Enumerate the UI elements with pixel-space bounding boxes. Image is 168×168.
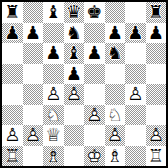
square-b6[interactable] — [23, 43, 44, 64]
square-f4[interactable] — [105, 84, 126, 105]
square-h1[interactable]: ♜♖ — [146, 146, 167, 167]
square-e2[interactable] — [84, 125, 105, 146]
square-h8[interactable]: ♜ — [146, 2, 167, 23]
square-g2[interactable] — [125, 125, 146, 146]
square-h6[interactable] — [146, 43, 167, 64]
square-b5[interactable] — [23, 64, 44, 85]
square-e7[interactable] — [84, 23, 105, 44]
square-b2[interactable]: ♟♙ — [23, 125, 44, 146]
square-b1[interactable] — [23, 146, 44, 167]
white-rook-icon: ♜♖ — [146, 146, 167, 167]
square-d5[interactable]: ♟ — [64, 64, 85, 85]
white-pawn-icon: ♟♙ — [105, 125, 126, 146]
square-h4[interactable] — [146, 84, 167, 105]
chess-board: ♜♝♛♚♜♟♟♞♟♟♟♟♝♟♞♟♟♙♟♙♟♙♞♘♟♙♞♘♟♙♟♙♛♕♟♙♟♙♜♖… — [0, 0, 168, 168]
square-d8[interactable]: ♛ — [64, 2, 85, 23]
square-f7[interactable]: ♟ — [105, 23, 126, 44]
square-c6[interactable]: ♟ — [43, 43, 64, 64]
square-a4[interactable] — [2, 84, 23, 105]
black-knight-icon: ♞ — [64, 23, 85, 44]
square-c1[interactable]: ♝♗ — [43, 146, 64, 167]
square-c8[interactable]: ♝ — [43, 2, 64, 23]
black-pawn-icon: ♟ — [84, 43, 105, 64]
square-c7[interactable] — [43, 23, 64, 44]
black-pawn-icon: ♟ — [23, 23, 44, 44]
black-pawn-icon: ♟ — [43, 43, 64, 64]
square-e6[interactable]: ♟ — [84, 43, 105, 64]
square-f8[interactable] — [105, 2, 126, 23]
square-a7[interactable]: ♟ — [2, 23, 23, 44]
black-rook-icon: ♜ — [2, 2, 23, 23]
square-g6[interactable] — [125, 43, 146, 64]
white-rook-icon: ♜♖ — [2, 146, 23, 167]
square-f1[interactable]: ♝♗ — [105, 146, 126, 167]
square-g3[interactable] — [125, 105, 146, 126]
white-knight-icon: ♞♘ — [43, 105, 64, 126]
white-queen-icon: ♛♕ — [43, 125, 64, 146]
square-f2[interactable]: ♟♙ — [105, 125, 126, 146]
white-pawn-icon: ♟♙ — [146, 125, 167, 146]
white-bishop-icon: ♝♗ — [43, 146, 64, 167]
black-king-icon: ♚ — [84, 2, 105, 23]
square-a5[interactable] — [2, 64, 23, 85]
black-pawn-icon: ♟ — [105, 23, 126, 44]
white-pawn-icon: ♟♙ — [43, 84, 64, 105]
square-d4[interactable]: ♟♙ — [64, 84, 85, 105]
square-g4[interactable]: ♟♙ — [125, 84, 146, 105]
square-c2[interactable]: ♛♕ — [43, 125, 64, 146]
white-pawn-icon: ♟♙ — [64, 84, 85, 105]
square-d7[interactable]: ♞ — [64, 23, 85, 44]
square-c5[interactable] — [43, 64, 64, 85]
square-e5[interactable] — [84, 64, 105, 85]
square-d2[interactable] — [64, 125, 85, 146]
square-c3[interactable]: ♞♘ — [43, 105, 64, 126]
white-pawn-icon: ♟♙ — [84, 105, 105, 126]
square-f6[interactable]: ♞ — [105, 43, 126, 64]
white-pawn-icon: ♟♙ — [2, 125, 23, 146]
square-a2[interactable]: ♟♙ — [2, 125, 23, 146]
square-h3[interactable] — [146, 105, 167, 126]
square-h7[interactable]: ♟ — [146, 23, 167, 44]
square-f3[interactable]: ♞♘ — [105, 105, 126, 126]
square-b8[interactable] — [23, 2, 44, 23]
square-a8[interactable]: ♜ — [2, 2, 23, 23]
square-g8[interactable] — [125, 2, 146, 23]
square-d6[interactable]: ♝ — [64, 43, 85, 64]
square-g1[interactable] — [125, 146, 146, 167]
square-e4[interactable] — [84, 84, 105, 105]
black-knight-icon: ♞ — [105, 43, 126, 64]
square-a1[interactable]: ♜♖ — [2, 146, 23, 167]
square-e8[interactable]: ♚ — [84, 2, 105, 23]
square-e3[interactable]: ♟♙ — [84, 105, 105, 126]
square-b4[interactable] — [23, 84, 44, 105]
white-pawn-icon: ♟♙ — [23, 125, 44, 146]
square-c4[interactable]: ♟♙ — [43, 84, 64, 105]
white-knight-icon: ♞♘ — [105, 105, 126, 126]
black-bishop-icon: ♝ — [64, 43, 85, 64]
square-e1[interactable]: ♚♔ — [84, 146, 105, 167]
square-h2[interactable]: ♟♙ — [146, 125, 167, 146]
square-a6[interactable] — [2, 43, 23, 64]
black-rook-icon: ♜ — [146, 2, 167, 23]
white-pawn-icon: ♟♙ — [125, 84, 146, 105]
black-pawn-icon: ♟ — [125, 23, 146, 44]
square-b7[interactable]: ♟ — [23, 23, 44, 44]
square-g7[interactable]: ♟ — [125, 23, 146, 44]
square-b3[interactable] — [23, 105, 44, 126]
white-king-icon: ♚♔ — [84, 146, 105, 167]
square-a3[interactable] — [2, 105, 23, 126]
black-pawn-icon: ♟ — [2, 23, 23, 44]
square-f5[interactable] — [105, 64, 126, 85]
square-d3[interactable] — [64, 105, 85, 126]
black-bishop-icon: ♝ — [43, 2, 64, 23]
black-pawn-icon: ♟ — [64, 64, 85, 85]
square-g5[interactable] — [125, 64, 146, 85]
square-d1[interactable] — [64, 146, 85, 167]
square-h5[interactable] — [146, 64, 167, 85]
black-queen-icon: ♛ — [64, 2, 85, 23]
black-pawn-icon: ♟ — [146, 23, 167, 44]
white-bishop-icon: ♝♗ — [105, 146, 126, 167]
